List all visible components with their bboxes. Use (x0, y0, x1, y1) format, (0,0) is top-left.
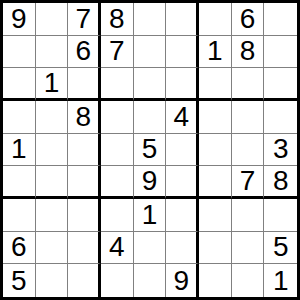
cell-r1c3[interactable]: 7 (68, 3, 101, 36)
cell-r5c2[interactable] (36, 134, 69, 167)
cell-r5c3[interactable] (68, 134, 101, 167)
cell-r5c1[interactable]: 1 (3, 134, 36, 167)
cell-r2c2[interactable] (36, 36, 69, 69)
cell-r8c4[interactable]: 4 (101, 232, 134, 265)
cell-r1c8[interactable]: 6 (232, 3, 265, 36)
cell-r4c5[interactable] (134, 101, 167, 134)
cell-r7c5[interactable]: 1 (134, 199, 167, 232)
cell-r2c5[interactable] (134, 36, 167, 69)
cell-r8c5[interactable] (134, 232, 167, 265)
cell-r5c5[interactable]: 5 (134, 134, 167, 167)
cell-r6c3[interactable] (68, 166, 101, 199)
cell-r9c4[interactable] (101, 264, 134, 297)
cell-r6c2[interactable] (36, 166, 69, 199)
cell-r3c9[interactable] (264, 68, 297, 101)
cell-r8c6[interactable] (166, 232, 199, 265)
cell-r6c8[interactable]: 7 (232, 166, 265, 199)
cell-r7c9[interactable] (264, 199, 297, 232)
cell-r7c4[interactable] (101, 199, 134, 232)
cell-r5c7[interactable] (199, 134, 232, 167)
cell-r1c5[interactable] (134, 3, 167, 36)
cell-r1c4[interactable]: 8 (101, 3, 134, 36)
cell-r9c3[interactable] (68, 264, 101, 297)
cell-r8c3[interactable] (68, 232, 101, 265)
cell-r1c9[interactable] (264, 3, 297, 36)
cell-r9c1[interactable]: 5 (3, 264, 36, 297)
cell-r7c7[interactable] (199, 199, 232, 232)
cell-r6c5[interactable]: 9 (134, 166, 167, 199)
cell-r3c2[interactable]: 1 (36, 68, 69, 101)
cell-r1c2[interactable] (36, 3, 69, 36)
cell-r6c6[interactable] (166, 166, 199, 199)
cell-r4c2[interactable] (36, 101, 69, 134)
cell-r4c1[interactable] (3, 101, 36, 134)
cell-r2c7[interactable]: 1 (199, 36, 232, 69)
cell-r4c3[interactable]: 8 (68, 101, 101, 134)
cell-r2c6[interactable] (166, 36, 199, 69)
cell-r8c1[interactable]: 6 (3, 232, 36, 265)
cell-r2c3[interactable]: 6 (68, 36, 101, 69)
cell-r3c5[interactable] (134, 68, 167, 101)
cell-r6c4[interactable] (101, 166, 134, 199)
cell-r4c4[interactable] (101, 101, 134, 134)
cell-r6c9[interactable]: 8 (264, 166, 297, 199)
cell-r9c9[interactable]: 1 (264, 264, 297, 297)
cell-r2c1[interactable] (3, 36, 36, 69)
cell-r1c7[interactable] (199, 3, 232, 36)
cell-r7c6[interactable] (166, 199, 199, 232)
cell-r9c5[interactable] (134, 264, 167, 297)
cell-r9c2[interactable] (36, 264, 69, 297)
cell-r7c2[interactable] (36, 199, 69, 232)
cell-r2c9[interactable] (264, 36, 297, 69)
cell-r9c8[interactable] (232, 264, 265, 297)
cell-r2c8[interactable]: 8 (232, 36, 265, 69)
cell-r1c1[interactable]: 9 (3, 3, 36, 36)
cell-r9c7[interactable] (199, 264, 232, 297)
cell-r6c1[interactable] (3, 166, 36, 199)
cell-r5c9[interactable]: 3 (264, 134, 297, 167)
cell-r3c7[interactable] (199, 68, 232, 101)
cell-r3c1[interactable] (3, 68, 36, 101)
cell-r7c8[interactable] (232, 199, 265, 232)
cell-r5c8[interactable] (232, 134, 265, 167)
sudoku-board: 978667181841539781645591 (0, 0, 300, 300)
cell-r3c3[interactable] (68, 68, 101, 101)
cell-r4c8[interactable] (232, 101, 265, 134)
cell-r7c1[interactable] (3, 199, 36, 232)
cell-r3c6[interactable] (166, 68, 199, 101)
cell-r8c2[interactable] (36, 232, 69, 265)
cell-r8c7[interactable] (199, 232, 232, 265)
cell-r7c3[interactable] (68, 199, 101, 232)
cell-r1c6[interactable] (166, 3, 199, 36)
cell-r3c4[interactable] (101, 68, 134, 101)
cell-r2c4[interactable]: 7 (101, 36, 134, 69)
cell-r4c7[interactable] (199, 101, 232, 134)
cell-r6c7[interactable] (199, 166, 232, 199)
cell-r5c4[interactable] (101, 134, 134, 167)
cell-r5c6[interactable] (166, 134, 199, 167)
cell-r3c8[interactable] (232, 68, 265, 101)
cell-r4c9[interactable] (264, 101, 297, 134)
cell-r8c9[interactable]: 5 (264, 232, 297, 265)
cell-r8c8[interactable] (232, 232, 265, 265)
cell-r4c6[interactable]: 4 (166, 101, 199, 134)
cell-r9c6[interactable]: 9 (166, 264, 199, 297)
